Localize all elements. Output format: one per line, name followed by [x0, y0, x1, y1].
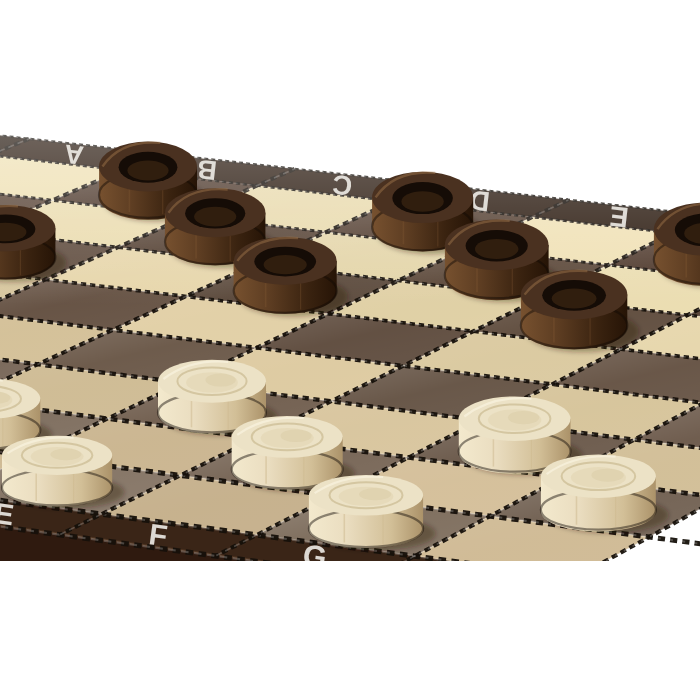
file-label-far-c: C	[331, 169, 354, 202]
file-label-far-e: E	[608, 200, 630, 234]
product-photo-checkers-set: AABBCCDDEEFFGGHH	[0, 0, 700, 700]
file-label-near-h: H	[461, 559, 488, 597]
frame-glare	[644, 544, 699, 562]
file-label-far-b: B	[196, 154, 219, 186]
checkers-board-photo: AABBCCDDEEFFGGHH	[0, 0, 700, 700]
piece-light-e8	[2, 436, 124, 509]
file-label-far-a: A	[63, 139, 85, 171]
piece-light-h7	[541, 455, 669, 534]
piece-light-g8	[309, 475, 436, 550]
